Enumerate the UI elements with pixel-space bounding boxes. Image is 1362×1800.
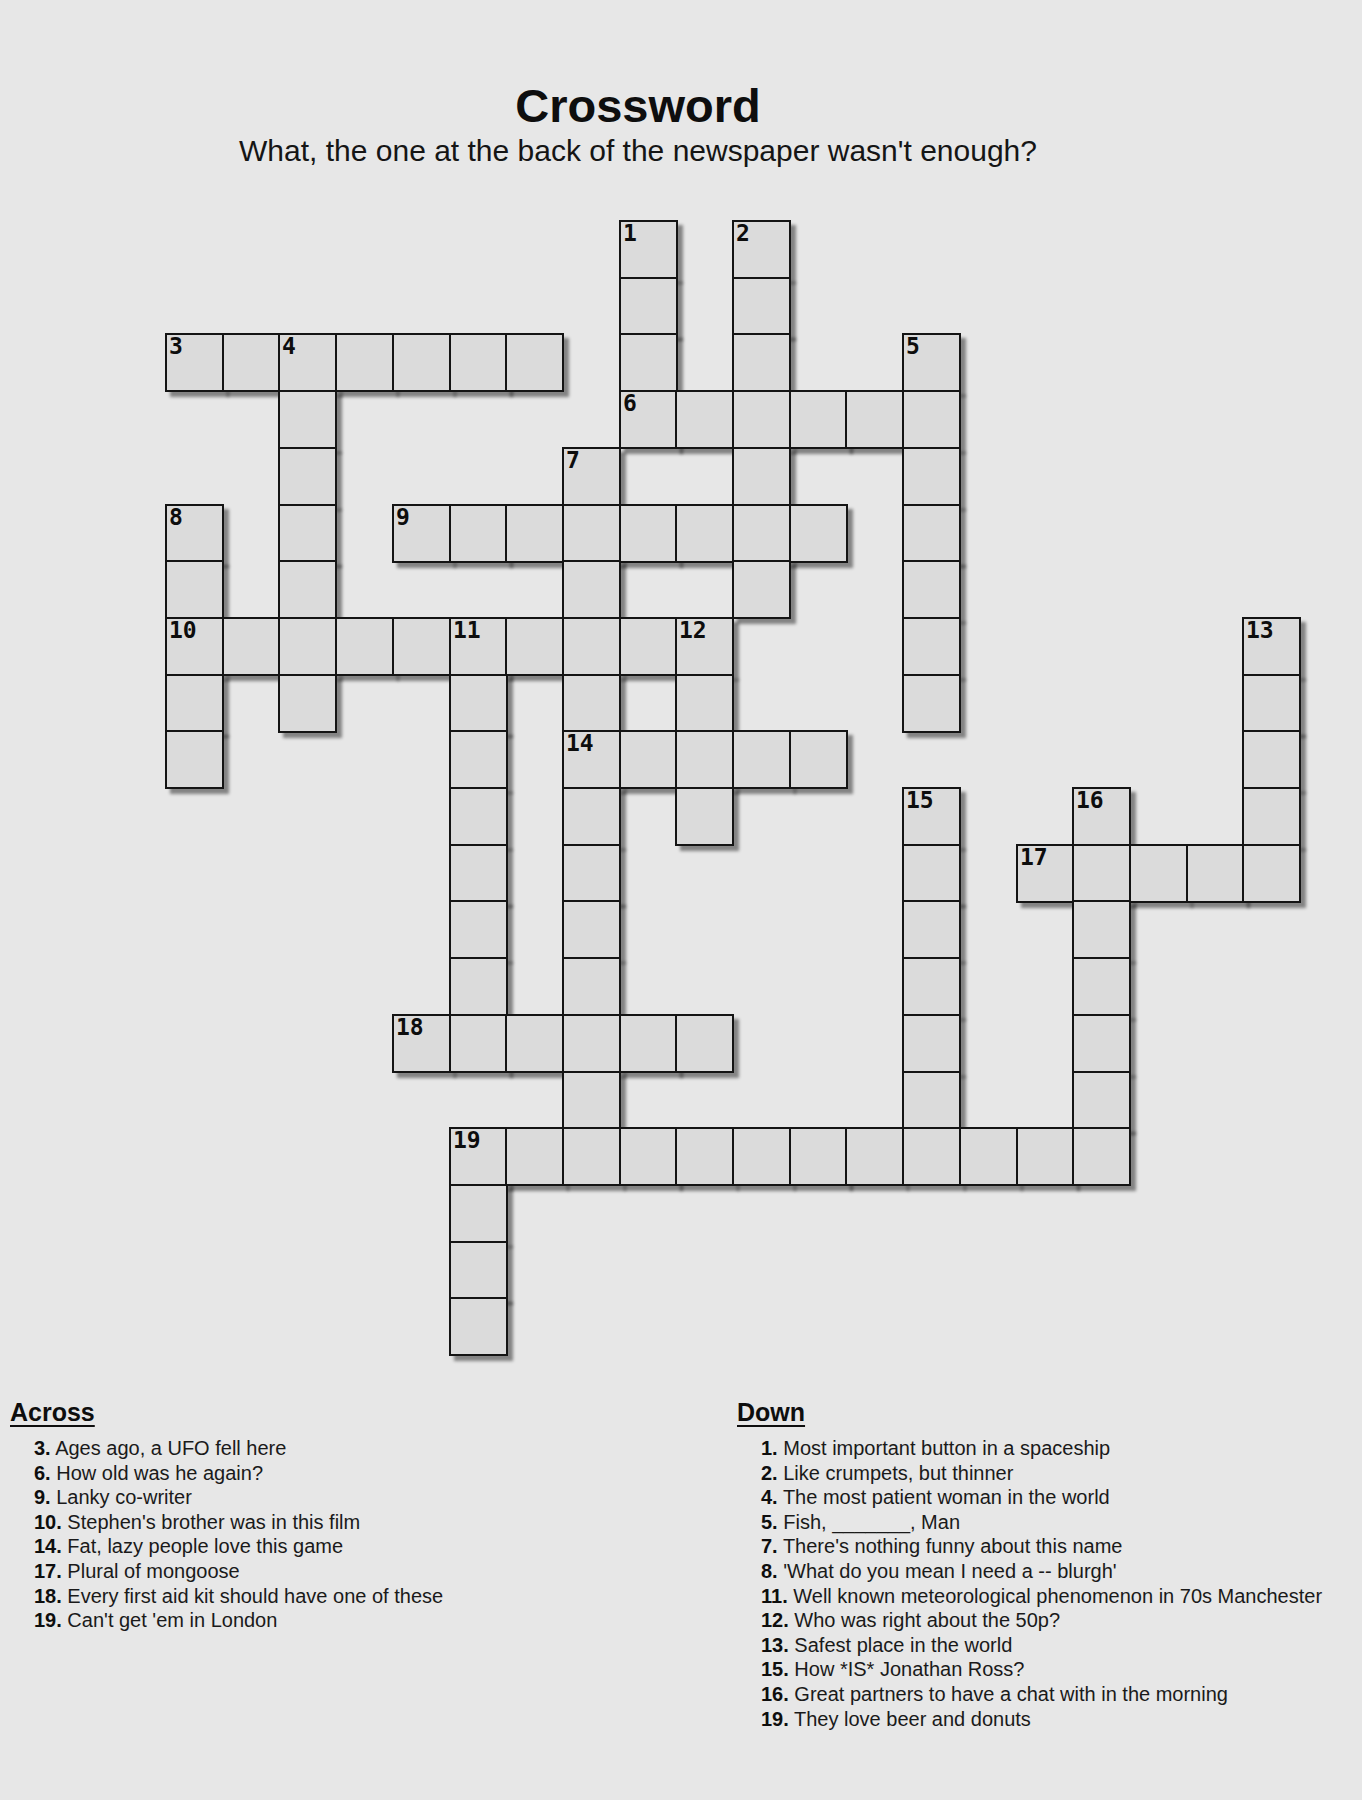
grid-cell-r11c16[interactable] xyxy=(1072,844,1131,903)
down-clue-2: 2. Like crumpets, but thinner xyxy=(761,1461,1357,1486)
grid-cell-r9c9[interactable] xyxy=(675,730,734,789)
grid-cell-r14c5[interactable] xyxy=(449,1014,508,1073)
cell-number-6: 6 xyxy=(623,390,637,416)
grid-cell-r12c7[interactable] xyxy=(562,900,621,959)
grid-cell-r13c7[interactable] xyxy=(562,957,621,1016)
grid-cell-r3c8[interactable]: 6 xyxy=(619,390,678,449)
grid-cell-r7c19[interactable]: 13 xyxy=(1242,617,1301,676)
grid-cell-r7c4[interactable] xyxy=(392,617,451,676)
down-clue-12: 12. Who was right about the 50p? xyxy=(761,1608,1357,1633)
grid-cell-r12c5[interactable] xyxy=(449,900,508,959)
grid-cell-r5c10[interactable] xyxy=(732,504,791,563)
grid-cell-r7c7[interactable] xyxy=(562,617,621,676)
cell-number-7: 7 xyxy=(566,447,580,473)
grid-cell-r15c16[interactable] xyxy=(1072,1071,1131,1130)
grid-cell-r2c8[interactable] xyxy=(619,333,678,392)
grid-cell-r5c9[interactable] xyxy=(675,504,734,563)
grid-cell-r12c13[interactable] xyxy=(902,900,961,959)
grid-cell-r16c15[interactable] xyxy=(1016,1127,1075,1186)
grid-cell-r9c0[interactable] xyxy=(165,730,224,789)
down-clue-7: 7. There's nothing funny about this name xyxy=(761,1534,1357,1559)
grid-cell-r16c12[interactable] xyxy=(845,1127,904,1186)
grid-cell-r3c2[interactable] xyxy=(278,390,337,449)
grid-cell-r7c9[interactable]: 12 xyxy=(675,617,734,676)
grid-cell-r8c0[interactable] xyxy=(165,674,224,733)
grid-cell-r9c7[interactable]: 14 xyxy=(562,730,621,789)
across-clue-19: 19. Can't get 'em in London xyxy=(34,1608,620,1633)
grid-cell-r3c9[interactable] xyxy=(675,390,734,449)
grid-cell-r16c8[interactable] xyxy=(619,1127,678,1186)
grid-cell-r7c5[interactable]: 11 xyxy=(449,617,508,676)
down-clue-16: 16. Great partners to have a chat with i… xyxy=(761,1682,1357,1707)
across-clue-17: 17. Plural of mongoose xyxy=(34,1559,620,1584)
grid-cell-r2c6[interactable] xyxy=(505,333,564,392)
grid-cell-r2c5[interactable] xyxy=(449,333,508,392)
down-clue-4: 4. The most patient woman in the world xyxy=(761,1485,1357,1510)
down-clue-8: 8. 'What do you mean I need a -- blurgh' xyxy=(761,1559,1357,1584)
grid-cell-r5c2[interactable] xyxy=(278,504,337,563)
grid-cell-r16c9[interactable] xyxy=(675,1127,734,1186)
grid-cell-r2c13[interactable]: 5 xyxy=(902,333,961,392)
grid-cell-r4c2[interactable] xyxy=(278,447,337,506)
grid-cell-r14c8[interactable] xyxy=(619,1014,678,1073)
grid-cell-r0c10[interactable]: 2 xyxy=(732,220,791,279)
cell-number-10: 10 xyxy=(169,617,197,643)
down-clue-11: 11. Well known meteorological phenomenon… xyxy=(761,1584,1357,1609)
grid-cell-r16c10[interactable] xyxy=(732,1127,791,1186)
cell-number-5: 5 xyxy=(906,333,920,359)
grid-cell-r5c6[interactable] xyxy=(505,504,564,563)
grid-cell-r9c5[interactable] xyxy=(449,730,508,789)
across-clue-14: 14. Fat, lazy people love this game xyxy=(34,1534,620,1559)
grid-cell-r2c0[interactable]: 3 xyxy=(165,333,224,392)
grid-cell-r17c5[interactable] xyxy=(449,1184,508,1243)
grid-cell-r15c7[interactable] xyxy=(562,1071,621,1130)
grid-cell-r9c11[interactable] xyxy=(789,730,848,789)
down-clues: Down 1. Most important button in a space… xyxy=(737,1398,1357,1731)
crossword-grid: 12345678910111213141516171819 xyxy=(0,0,1362,1380)
grid-cell-r14c9[interactable] xyxy=(675,1014,734,1073)
grid-cell-r3c11[interactable] xyxy=(789,390,848,449)
down-clue-1: 1. Most important button in a spaceship xyxy=(761,1436,1357,1461)
cell-number-18: 18 xyxy=(396,1014,424,1040)
cell-number-14: 14 xyxy=(566,730,594,756)
grid-cell-r16c11[interactable] xyxy=(789,1127,848,1186)
grid-cell-r6c10[interactable] xyxy=(732,560,791,619)
grid-cell-r14c6[interactable] xyxy=(505,1014,564,1073)
grid-cell-r3c12[interactable] xyxy=(845,390,904,449)
cell-number-8: 8 xyxy=(169,504,183,530)
grid-cell-r4c13[interactable] xyxy=(902,447,961,506)
grid-cell-r9c8[interactable] xyxy=(619,730,678,789)
down-clue-19: 19. They love beer and donuts xyxy=(761,1707,1357,1732)
grid-cell-r7c2[interactable] xyxy=(278,617,337,676)
grid-cell-r11c15[interactable]: 17 xyxy=(1016,844,1075,903)
grid-cell-r10c16[interactable]: 16 xyxy=(1072,787,1131,846)
grid-cell-r16c13[interactable] xyxy=(902,1127,961,1186)
grid-cell-r5c4[interactable]: 9 xyxy=(392,504,451,563)
across-clue-9: 9. Lanky co-writer xyxy=(34,1485,620,1510)
grid-cell-r5c5[interactable] xyxy=(449,504,508,563)
cell-number-4: 4 xyxy=(282,333,296,359)
down-clue-5: 5. Fish, _______, Man xyxy=(761,1510,1357,1535)
grid-cell-r11c7[interactable] xyxy=(562,844,621,903)
grid-cell-r14c16[interactable] xyxy=(1072,1014,1131,1073)
grid-cell-r7c6[interactable] xyxy=(505,617,564,676)
grid-cell-r4c7[interactable]: 7 xyxy=(562,447,621,506)
grid-cell-r2c2[interactable]: 4 xyxy=(278,333,337,392)
grid-cell-r1c10[interactable] xyxy=(732,277,791,336)
down-heading: Down xyxy=(737,1398,1357,1427)
grid-cell-r5c13[interactable] xyxy=(902,504,961,563)
grid-cell-r8c13[interactable] xyxy=(902,674,961,733)
grid-cell-r6c7[interactable] xyxy=(562,560,621,619)
crossword-page: Crossword What, the one at the back of t… xyxy=(0,0,1362,1800)
grid-cell-r16c6[interactable] xyxy=(505,1127,564,1186)
grid-cell-r16c5[interactable]: 19 xyxy=(449,1127,508,1186)
grid-cell-r11c13[interactable] xyxy=(902,844,961,903)
grid-cell-r2c1[interactable] xyxy=(222,333,281,392)
cell-number-2: 2 xyxy=(736,220,750,246)
across-clue-18: 18. Every first aid kit should have one … xyxy=(34,1584,620,1609)
grid-cell-r9c19[interactable] xyxy=(1242,730,1301,789)
grid-cell-r3c13[interactable] xyxy=(902,390,961,449)
grid-cell-r2c4[interactable] xyxy=(392,333,451,392)
grid-cell-r10c13[interactable]: 15 xyxy=(902,787,961,846)
grid-cell-r14c13[interactable] xyxy=(902,1014,961,1073)
cell-number-12: 12 xyxy=(679,617,707,643)
grid-cell-r13c16[interactable] xyxy=(1072,957,1131,1016)
cell-number-9: 9 xyxy=(396,504,410,530)
grid-cell-r7c1[interactable] xyxy=(222,617,281,676)
across-clue-list: 3. Ages ago, a UFO fell here6. How old w… xyxy=(10,1436,620,1633)
cell-number-17: 17 xyxy=(1020,844,1048,870)
grid-cell-r11c18[interactable] xyxy=(1186,844,1245,903)
grid-cell-r15c13[interactable] xyxy=(902,1071,961,1130)
grid-cell-r8c19[interactable] xyxy=(1242,674,1301,733)
grid-cell-r2c3[interactable] xyxy=(335,333,394,392)
down-clue-13: 13. Safest place in the world xyxy=(761,1633,1357,1658)
grid-cell-r8c7[interactable] xyxy=(562,674,621,733)
grid-cell-r11c17[interactable] xyxy=(1129,844,1188,903)
across-clue-10: 10. Stephen's brother was in this film xyxy=(34,1510,620,1535)
grid-cell-r13c13[interactable] xyxy=(902,957,961,1016)
grid-cell-r0c8[interactable]: 1 xyxy=(619,220,678,279)
grid-cell-r9c10[interactable] xyxy=(732,730,791,789)
grid-cell-r10c19[interactable] xyxy=(1242,787,1301,846)
grid-cell-r8c5[interactable] xyxy=(449,674,508,733)
grid-cell-r7c3[interactable] xyxy=(335,617,394,676)
grid-cell-r1c8[interactable] xyxy=(619,277,678,336)
grid-cell-r13c5[interactable] xyxy=(449,957,508,1016)
grid-cell-r5c11[interactable] xyxy=(789,504,848,563)
cell-number-1: 1 xyxy=(623,220,637,246)
grid-cell-r5c7[interactable] xyxy=(562,504,621,563)
grid-cell-r6c0[interactable] xyxy=(165,560,224,619)
grid-cell-r11c5[interactable] xyxy=(449,844,508,903)
grid-cell-r5c8[interactable] xyxy=(619,504,678,563)
across-clues: Across 3. Ages ago, a UFO fell here6. Ho… xyxy=(10,1398,620,1633)
cell-number-3: 3 xyxy=(169,333,183,359)
grid-cell-r2c10[interactable] xyxy=(732,333,791,392)
grid-cell-r6c2[interactable] xyxy=(278,560,337,619)
grid-cell-r16c16[interactable] xyxy=(1072,1127,1131,1186)
grid-cell-r4c10[interactable] xyxy=(732,447,791,506)
across-heading: Across xyxy=(10,1398,620,1427)
cell-number-11: 11 xyxy=(453,617,481,643)
grid-cell-r10c5[interactable] xyxy=(449,787,508,846)
cell-number-15: 15 xyxy=(906,787,934,813)
grid-cell-r8c9[interactable] xyxy=(675,674,734,733)
grid-cell-r19c5[interactable] xyxy=(449,1297,508,1356)
grid-cell-r6c13[interactable] xyxy=(902,560,961,619)
grid-cell-r7c13[interactable] xyxy=(902,617,961,676)
grid-cell-r12c16[interactable] xyxy=(1072,900,1131,959)
cell-number-19: 19 xyxy=(453,1127,481,1153)
across-clue-6: 6. How old was he again? xyxy=(34,1461,620,1486)
grid-cell-r18c5[interactable] xyxy=(449,1241,508,1300)
down-clue-15: 15. How *IS* Jonathan Ross? xyxy=(761,1657,1357,1682)
cell-number-16: 16 xyxy=(1076,787,1104,813)
cell-number-13: 13 xyxy=(1246,617,1274,643)
grid-cell-r16c7[interactable] xyxy=(562,1127,621,1186)
grid-cell-r14c7[interactable] xyxy=(562,1014,621,1073)
grid-cell-r16c14[interactable] xyxy=(959,1127,1018,1186)
grid-cell-r7c8[interactable] xyxy=(619,617,678,676)
grid-cell-r3c10[interactable] xyxy=(732,390,791,449)
grid-cell-r11c19[interactable] xyxy=(1242,844,1301,903)
grid-cell-r10c9[interactable] xyxy=(675,787,734,846)
grid-cell-r7c0[interactable]: 10 xyxy=(165,617,224,676)
across-clue-3: 3. Ages ago, a UFO fell here xyxy=(34,1436,620,1461)
grid-cell-r14c4[interactable]: 18 xyxy=(392,1014,451,1073)
grid-cell-r10c7[interactable] xyxy=(562,787,621,846)
grid-cell-r8c2[interactable] xyxy=(278,674,337,733)
down-clue-list: 1. Most important button in a spaceship2… xyxy=(737,1436,1357,1731)
grid-cell-r5c0[interactable]: 8 xyxy=(165,504,224,563)
